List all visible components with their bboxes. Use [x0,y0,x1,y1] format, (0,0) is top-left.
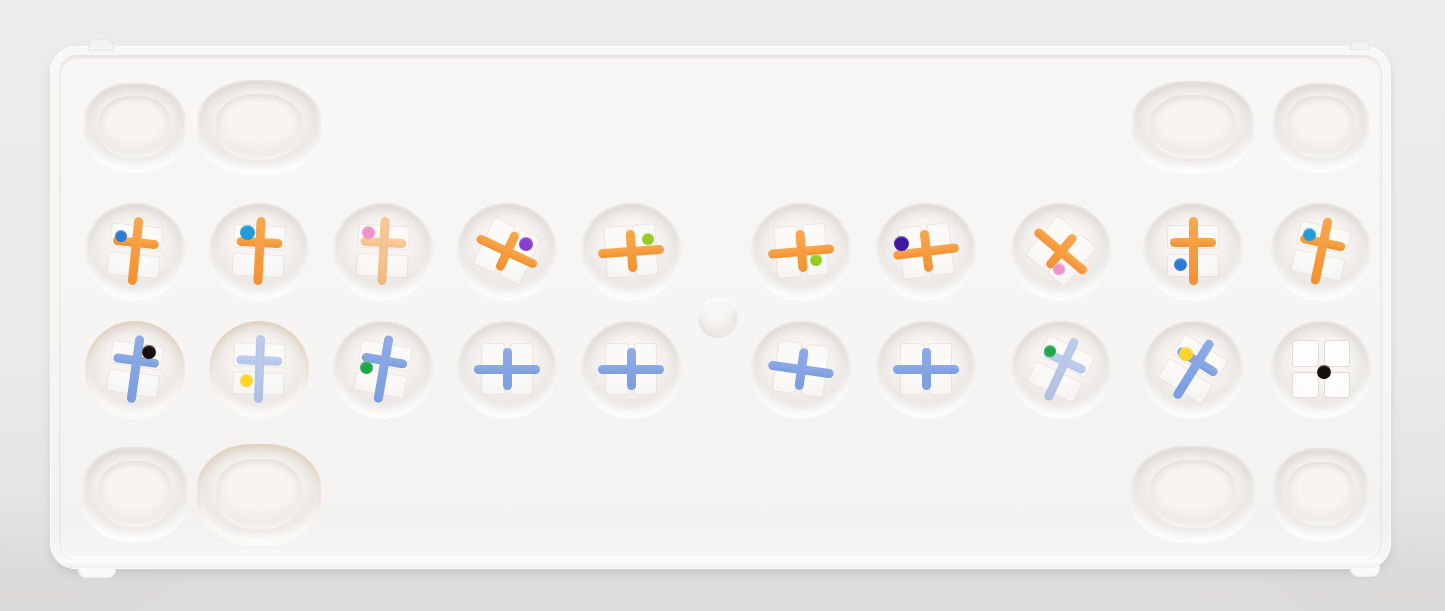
cross-mark-blue [221,331,298,408]
corner-well-bottom-left-2 [197,444,321,544]
id-dot-yellow [1179,347,1193,361]
cross-mark-orange [220,212,298,290]
bracket-wing [1292,340,1319,367]
bracket-lower-4 [457,321,557,418]
cross-mark-blue [889,332,963,406]
id-dot-cyan [240,225,255,240]
photo-scene [0,0,1445,611]
center-alignment-bump [698,298,738,338]
bracket-upper-2 [209,203,309,300]
id-dot-green [1044,345,1056,357]
bracket-lower-3 [333,321,433,418]
bracket-upper-7 [876,203,976,300]
corner-well-top-right-2 [1273,83,1369,171]
cross-mark-orange [1277,207,1365,295]
bracket-wing [1324,340,1351,367]
bracket-lower-2 [209,321,309,418]
id-dot-yellow [240,374,253,387]
cross-mark-orange [1009,199,1113,303]
id-dot-black [142,345,156,359]
corner-well-bottom-right-2 [1273,448,1369,540]
cross-mark-blue [470,332,544,406]
corner-well-bottom-left-1 [82,447,188,541]
bracket-lower-6 [751,321,851,418]
cross-mark-blue [340,326,426,412]
bracket-upper-5 [581,203,681,300]
bracket-tray [50,46,1391,569]
bracket-upper-6 [751,203,851,300]
bracket-upper-9 [1143,203,1243,300]
cross-mark-blue [1012,320,1110,418]
id-dot-blue [115,230,127,242]
id-dot-green [360,361,373,374]
id-dot-indigo [894,236,909,251]
corner-well-top-left-1 [84,83,186,171]
id-dot-pink [362,226,375,239]
bracket-lower-7 [876,321,976,418]
cross-mark-orange [458,202,556,300]
bracket-upper-1 [85,203,185,300]
cross-mark-orange [885,210,967,292]
bracket-upper-8 [1011,203,1111,300]
bracket-lower-10 [1271,321,1371,418]
bracket-wing [1292,372,1319,399]
id-dot-pink [1053,263,1065,275]
cross-mark-orange [592,212,671,291]
cross-mark-orange [94,210,175,291]
bracket-lower-5 [581,321,681,418]
bracket-upper-4 [457,203,557,300]
id-dot-lime [642,233,654,245]
cross-mark-orange [761,211,841,291]
id-dot-cyan [1303,228,1316,241]
corner-well-top-left-2 [197,80,321,174]
id-dot-blue [1174,258,1187,271]
corner-well-top-right-1 [1132,81,1254,173]
cross-mark-blue [1142,318,1244,420]
bracket-lower-1 [85,321,185,418]
corner-well-bottom-right-1 [1131,446,1255,542]
id-dot-purple [519,237,533,251]
bracket-upper-10 [1271,203,1371,300]
bracket-upper-3 [333,203,433,300]
id-dot-black [1317,365,1331,379]
cross-mark-orange [1156,214,1230,288]
bracket-lower-8 [1011,321,1111,418]
cross-mark-orange [344,212,422,290]
bracket-lower-9 [1143,321,1243,418]
cross-mark-blue [594,332,668,406]
id-dot-lime [810,254,822,266]
cross-mark-blue [759,327,843,411]
cross-mark-blue [93,327,177,411]
